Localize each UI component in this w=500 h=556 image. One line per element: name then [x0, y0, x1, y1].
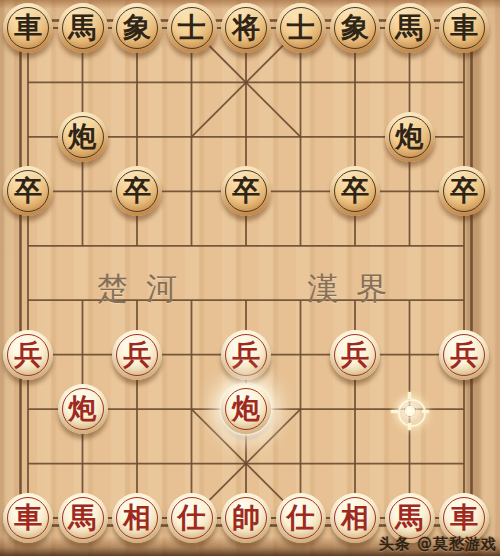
piece-black-elephant[interactable]: 象	[112, 3, 162, 53]
piece-character: 兵	[450, 330, 478, 380]
piece-red-elephant[interactable]: 相	[330, 493, 380, 543]
board-grid-lines	[0, 0, 500, 556]
piece-character: 帥	[232, 493, 260, 543]
piece-character: 炮	[396, 112, 424, 162]
piece-red-cannon[interactable]: 炮	[221, 384, 271, 434]
piece-character: 相	[341, 493, 369, 543]
piece-character: 車	[14, 3, 42, 53]
piece-character: 仕	[178, 493, 206, 543]
piece-black-soldier[interactable]: 卒	[112, 166, 162, 216]
piece-red-general[interactable]: 帥	[221, 493, 271, 543]
piece-black-soldier[interactable]: 卒	[330, 166, 380, 216]
piece-black-cannon[interactable]: 炮	[385, 112, 435, 162]
piece-character: 仕	[287, 493, 315, 543]
piece-red-soldier[interactable]: 兵	[221, 330, 271, 380]
piece-red-soldier[interactable]: 兵	[330, 330, 380, 380]
piece-black-soldier[interactable]: 卒	[221, 166, 271, 216]
piece-character: 馬	[396, 3, 424, 53]
piece-character: 兵	[123, 330, 151, 380]
piece-black-elephant[interactable]: 象	[330, 3, 380, 53]
piece-character: 卒	[14, 166, 42, 216]
piece-red-advisor[interactable]: 仕	[167, 493, 217, 543]
piece-character: 象	[123, 3, 151, 53]
piece-character: 卒	[123, 166, 151, 216]
piece-character: 士	[287, 3, 315, 53]
piece-black-advisor[interactable]: 士	[167, 3, 217, 53]
piece-black-soldier[interactable]: 卒	[439, 166, 489, 216]
piece-character: 炮	[232, 384, 260, 434]
piece-black-horse[interactable]: 馬	[385, 3, 435, 53]
piece-black-advisor[interactable]: 士	[276, 3, 326, 53]
piece-character: 卒	[341, 166, 369, 216]
piece-character: 車	[450, 3, 478, 53]
piece-character: 兵	[232, 330, 260, 380]
piece-character: 将	[232, 3, 260, 53]
xiangqi-board: 楚河 漢界 車馬象士将士象馬車炮炮卒卒卒卒卒兵兵兵兵兵炮炮車馬相仕帥仕相馬車 头…	[0, 0, 500, 556]
piece-black-chariot[interactable]: 車	[439, 3, 489, 53]
piece-character: 馬	[69, 3, 97, 53]
piece-red-chariot[interactable]: 車	[3, 493, 53, 543]
piece-character: 兵	[341, 330, 369, 380]
piece-character: 卒	[232, 166, 260, 216]
piece-red-soldier[interactable]: 兵	[439, 330, 489, 380]
piece-character: 炮	[69, 384, 97, 434]
piece-red-soldier[interactable]: 兵	[3, 330, 53, 380]
piece-black-horse[interactable]: 馬	[58, 3, 108, 53]
piece-red-horse[interactable]: 馬	[58, 493, 108, 543]
piece-character: 相	[123, 493, 151, 543]
piece-character: 車	[14, 493, 42, 543]
piece-red-soldier[interactable]: 兵	[112, 330, 162, 380]
piece-red-advisor[interactable]: 仕	[276, 493, 326, 543]
piece-character: 馬	[69, 493, 97, 543]
piece-black-chariot[interactable]: 車	[3, 3, 53, 53]
piece-black-cannon[interactable]: 炮	[58, 112, 108, 162]
piece-character: 象	[341, 3, 369, 53]
piece-black-soldier[interactable]: 卒	[3, 166, 53, 216]
watermark: 头条 @莫愁游戏	[379, 535, 497, 554]
river-label-han-border: 漢界	[307, 268, 405, 310]
piece-character: 兵	[14, 330, 42, 380]
piece-red-cannon[interactable]: 炮	[58, 384, 108, 434]
piece-character: 炮	[69, 112, 97, 162]
river-label-chu-river: 楚河	[97, 268, 195, 310]
piece-character: 士	[178, 3, 206, 53]
piece-character: 卒	[450, 166, 478, 216]
piece-black-general[interactable]: 将	[221, 3, 271, 53]
piece-red-elephant[interactable]: 相	[112, 493, 162, 543]
